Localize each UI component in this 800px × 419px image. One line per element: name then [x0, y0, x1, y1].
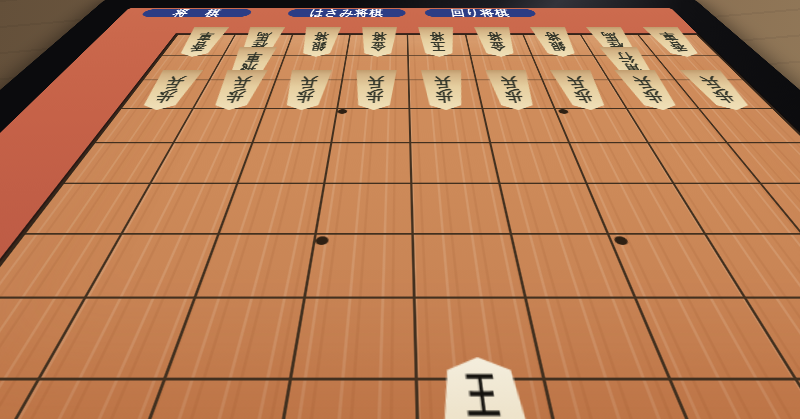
piece-kanji: 玉将: [429, 31, 446, 51]
piece-gote-gold[interactable]: 金将: [473, 27, 521, 57]
cell-6f[interactable]: [317, 184, 414, 234]
cell-6a[interactable]: 金将: [347, 35, 409, 56]
cell-7d[interactable]: [253, 109, 338, 143]
cell-4a[interactable]: 金将: [466, 35, 533, 56]
shogi-board: 香車桂馬銀将金将玉将金将銀将桂馬香車飛車角行歩兵歩兵歩兵歩兵歩兵歩兵歩兵歩兵歩兵…: [0, 34, 800, 419]
piece-tile: 玉将: [417, 27, 459, 57]
cell-6d[interactable]: [333, 109, 412, 143]
piece-kanji: 金将: [370, 31, 386, 51]
piece-tile: 香車: [172, 27, 230, 57]
piece-tile: 歩兵: [350, 70, 397, 110]
piece-gote-king[interactable]: 玉将: [417, 27, 459, 57]
piece-kanji: 歩兵: [499, 76, 525, 103]
cell-6c[interactable]: 歩兵: [338, 80, 410, 109]
piece-tile: 歩兵: [132, 70, 203, 110]
piece-kanji: 王将: [464, 372, 510, 419]
piece-tile: 金将: [357, 27, 397, 57]
piece-kanji: 銀将: [309, 31, 329, 51]
game-label-shogi: 将棋: [139, 9, 253, 17]
piece-kanji: 歩兵: [698, 76, 740, 103]
game-label-shogi-text: 将棋: [151, 9, 242, 17]
cell-5c[interactable]: 歩兵: [410, 80, 483, 109]
cell-6e[interactable]: [326, 143, 413, 184]
cell-5g[interactable]: [414, 235, 526, 299]
cell-6h[interactable]: [292, 298, 418, 381]
piece-tile: 銀将: [529, 27, 583, 57]
cell-6i[interactable]: [273, 381, 422, 419]
piece-gote-silver[interactable]: 銀将: [529, 27, 583, 57]
piece-tile: 銀将: [295, 27, 341, 57]
game-label-hasami-shogi: はさみ将棋: [286, 9, 405, 17]
piece-kanji: 歩兵: [365, 76, 384, 103]
cell-7a[interactable]: 銀将: [286, 35, 351, 56]
piece-gote-silver[interactable]: 銀将: [295, 27, 341, 57]
piece-gote-pawn[interactable]: 歩兵: [350, 70, 397, 110]
piece-gote-lance[interactable]: 香車: [172, 27, 230, 57]
piece-kanji: 金将: [486, 31, 507, 51]
piece-tile: 金将: [473, 27, 521, 57]
piece-gote-gold[interactable]: 金将: [357, 27, 397, 57]
piece-kanji: 銀将: [543, 31, 568, 51]
game-label-mawari-shogi: 回り将棋: [424, 9, 537, 17]
piece-kanji: 歩兵: [223, 76, 253, 103]
cell-5e[interactable]: [412, 143, 501, 184]
piece-kanji: 歩兵: [294, 76, 318, 103]
tabletop-scene: 将棋 はさみ将棋 回り将棋 香車桂馬銀将金将玉将金将銀将桂馬香車飛車角行歩兵歩兵…: [0, 0, 800, 419]
perspective-wrapper: 将棋 はさみ将棋 回り将棋 香車桂馬銀将金将玉将金将銀将桂馬香車飛車角行歩兵歩兵…: [0, 0, 800, 419]
cell-4c[interactable]: 歩兵: [477, 80, 556, 109]
piece-gote-pawn[interactable]: 歩兵: [420, 70, 470, 110]
piece-kanji: 香車: [657, 31, 690, 51]
cell-7e[interactable]: [238, 143, 332, 184]
piece-tile: 歩兵: [420, 70, 470, 110]
board-case: 将棋 はさみ将棋 回り将棋 香車桂馬銀将金将玉将金将銀将桂馬香車飛車角行歩兵歩兵…: [0, 0, 800, 419]
cell-5a[interactable]: 玉将: [409, 35, 471, 56]
cell-7c[interactable]: 歩兵: [266, 80, 343, 109]
cell-7f[interactable]: [220, 184, 326, 234]
piece-kanji: 香車: [188, 31, 216, 51]
board-plane: 将棋 はさみ将棋 回り将棋 香車桂馬銀将金将玉将金将銀将桂馬香車飛車角行歩兵歩兵…: [0, 0, 800, 419]
cell-5f[interactable]: [413, 184, 512, 234]
piece-kanji: 歩兵: [565, 76, 596, 103]
game-label-hasami-shogi-text: はさみ将棋: [308, 9, 384, 17]
cell-3i[interactable]: [672, 381, 800, 419]
piece-kanji: 歩兵: [152, 76, 187, 103]
board-grid: 香車桂馬銀将金将玉将金将銀将桂馬香車飛車角行歩兵歩兵歩兵歩兵歩兵歩兵歩兵歩兵歩兵…: [0, 35, 800, 419]
game-label-mawari-shogi-text: 回り将棋: [450, 9, 512, 17]
piece-kanji: 歩兵: [434, 76, 454, 103]
piece-kanji: 歩兵: [631, 76, 667, 103]
cell-8c[interactable]: 歩兵: [194, 80, 277, 109]
piece-gote-pawn[interactable]: 歩兵: [132, 70, 203, 110]
cell-5d[interactable]: [411, 109, 491, 143]
play-mat: 将棋 はさみ将棋 回り将棋 香車桂馬銀将金将玉将金将銀将桂馬香車飛車角行歩兵歩兵…: [0, 8, 800, 419]
